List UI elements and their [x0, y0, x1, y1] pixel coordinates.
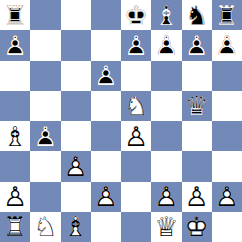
square-d1[interactable] — [91, 212, 121, 242]
square-g4[interactable] — [182, 121, 212, 151]
square-f7[interactable]: ♟♙ — [151, 30, 181, 60]
square-h5[interactable] — [212, 91, 242, 121]
white-bishop: ♝♗ — [61, 212, 91, 242]
black-pawn: ♟♙ — [182, 30, 212, 60]
square-b4[interactable]: ♟♙ — [30, 121, 60, 151]
square-h4[interactable] — [212, 121, 242, 151]
square-h3[interactable] — [212, 151, 242, 181]
square-c2[interactable] — [61, 182, 91, 212]
white-pawn: ♟♙ — [212, 182, 242, 212]
square-d6[interactable]: ♟♙ — [91, 61, 121, 91]
chess-board: ♜♖♚♔♝♗♞♘♜♖♟♙♟♙♟♙♟♙♟♙♟♙♞♘♛♕♝♗♟♙♟♙♟♙♟♙♟♙♟♙… — [0, 0, 242, 242]
square-d8[interactable] — [91, 0, 121, 30]
black-bishop: ♝♗ — [151, 0, 181, 30]
white-rook: ♜♖ — [0, 212, 30, 242]
square-e8[interactable]: ♚♔ — [121, 0, 151, 30]
square-g6[interactable] — [182, 61, 212, 91]
square-f3[interactable] — [151, 151, 181, 181]
black-knight: ♞♘ — [182, 0, 212, 30]
square-f1[interactable]: ♛♕ — [151, 212, 181, 242]
square-c8[interactable] — [61, 0, 91, 30]
square-c1[interactable]: ♝♗ — [61, 212, 91, 242]
square-e3[interactable] — [121, 151, 151, 181]
square-a5[interactable] — [0, 91, 30, 121]
black-rook: ♜♖ — [212, 0, 242, 30]
black-pawn: ♟♙ — [30, 121, 60, 151]
white-knight: ♞♘ — [121, 91, 151, 121]
black-pawn: ♟♙ — [0, 30, 30, 60]
white-pawn: ♟♙ — [121, 121, 151, 151]
square-b5[interactable] — [30, 91, 60, 121]
square-f4[interactable] — [151, 121, 181, 151]
square-d4[interactable] — [91, 121, 121, 151]
square-c6[interactable] — [61, 61, 91, 91]
square-d2[interactable]: ♟♙ — [91, 182, 121, 212]
square-e1[interactable] — [121, 212, 151, 242]
square-d3[interactable] — [91, 151, 121, 181]
square-a8[interactable]: ♜♖ — [0, 0, 30, 30]
square-f5[interactable] — [151, 91, 181, 121]
square-b3[interactable] — [30, 151, 60, 181]
square-g1[interactable]: ♚♔ — [182, 212, 212, 242]
square-b6[interactable] — [30, 61, 60, 91]
square-e6[interactable] — [121, 61, 151, 91]
square-g7[interactable]: ♟♙ — [182, 30, 212, 60]
square-c4[interactable] — [61, 121, 91, 151]
square-c7[interactable] — [61, 30, 91, 60]
square-g8[interactable]: ♞♘ — [182, 0, 212, 30]
square-f8[interactable]: ♝♗ — [151, 0, 181, 30]
black-pawn: ♟♙ — [91, 61, 121, 91]
white-queen: ♛♕ — [151, 212, 181, 242]
white-pawn: ♟♙ — [182, 182, 212, 212]
black-pawn: ♟♙ — [151, 30, 181, 60]
square-e2[interactable] — [121, 182, 151, 212]
square-f6[interactable] — [151, 61, 181, 91]
square-e4[interactable]: ♟♙ — [121, 121, 151, 151]
white-pawn: ♟♙ — [0, 182, 30, 212]
square-h1[interactable] — [212, 212, 242, 242]
square-h8[interactable]: ♜♖ — [212, 0, 242, 30]
square-e5[interactable]: ♞♘ — [121, 91, 151, 121]
black-king: ♚♔ — [121, 0, 151, 30]
square-e7[interactable]: ♟♙ — [121, 30, 151, 60]
square-h7[interactable]: ♟♙ — [212, 30, 242, 60]
square-d5[interactable] — [91, 91, 121, 121]
white-knight: ♞♘ — [30, 212, 60, 242]
square-h2[interactable]: ♟♙ — [212, 182, 242, 212]
white-king: ♚♔ — [182, 212, 212, 242]
white-pawn: ♟♙ — [61, 151, 91, 181]
black-pawn: ♟♙ — [212, 30, 242, 60]
square-d7[interactable] — [91, 30, 121, 60]
black-pawn: ♟♙ — [121, 30, 151, 60]
white-bishop: ♝♗ — [0, 121, 30, 151]
square-a6[interactable] — [0, 61, 30, 91]
square-a2[interactable]: ♟♙ — [0, 182, 30, 212]
square-g5[interactable]: ♛♕ — [182, 91, 212, 121]
square-c3[interactable]: ♟♙ — [61, 151, 91, 181]
white-pawn: ♟♙ — [91, 182, 121, 212]
square-f2[interactable]: ♟♙ — [151, 182, 181, 212]
square-a7[interactable]: ♟♙ — [0, 30, 30, 60]
square-a4[interactable]: ♝♗ — [0, 121, 30, 151]
square-b2[interactable] — [30, 182, 60, 212]
square-g3[interactable] — [182, 151, 212, 181]
square-h6[interactable] — [212, 61, 242, 91]
square-b8[interactable] — [30, 0, 60, 30]
square-b7[interactable] — [30, 30, 60, 60]
white-pawn: ♟♙ — [151, 182, 181, 212]
square-g2[interactable]: ♟♙ — [182, 182, 212, 212]
black-queen: ♛♕ — [182, 91, 212, 121]
square-c5[interactable] — [61, 91, 91, 121]
square-b1[interactable]: ♞♘ — [30, 212, 60, 242]
black-rook: ♜♖ — [0, 0, 30, 30]
square-a3[interactable] — [0, 151, 30, 181]
square-a1[interactable]: ♜♖ — [0, 212, 30, 242]
